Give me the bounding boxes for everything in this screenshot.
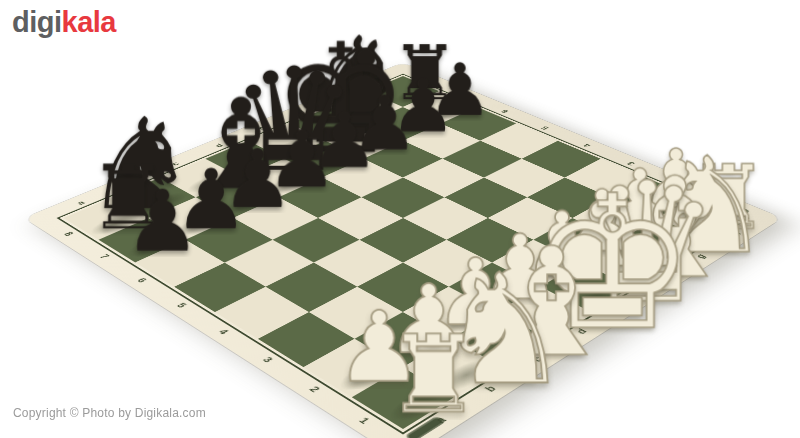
coord-file-f-top: f bbox=[297, 109, 306, 113]
coord-file-g-top: g bbox=[334, 93, 345, 98]
coord-file-g-bottom: g bbox=[693, 252, 707, 259]
coord-file-c-top: c bbox=[169, 161, 180, 167]
square-f3 bbox=[488, 197, 573, 239]
coord-file-d-bottom: d bbox=[574, 327, 589, 335]
coord-rank-8-right: 8 bbox=[424, 78, 435, 83]
coord-rank-4-left: 4 bbox=[216, 327, 231, 335]
coord-rank-2-left: 2 bbox=[307, 384, 323, 393]
copyright-text: Copyright © Photo by Digikala.com bbox=[13, 406, 206, 420]
coord-file-a-top: a bbox=[75, 200, 87, 206]
coord-rank-3-left: 3 bbox=[260, 355, 275, 364]
coord-file-b-top: b bbox=[123, 180, 135, 186]
coord-rank-4-right: 4 bbox=[581, 143, 592, 148]
square-d5 bbox=[318, 197, 403, 239]
coord-file-f-bottom: f bbox=[656, 277, 669, 283]
product-photo-page: digikala ♜♞♝♛♚♝♞♜♟♟♟♟♟♟♟♟♟♟♟♟♟♟♟♟♜♞♝♚♛♝♞… bbox=[0, 0, 800, 438]
coord-rank-7-left: 7 bbox=[98, 253, 112, 260]
board-scene: ♜♞♝♛♚♝♞♜♟♟♟♟♟♟♟♟♟♟♟♟♟♟♟♟♜♞♝♚♛♝♞♜ aabbccd… bbox=[0, 0, 800, 438]
piece-shadow bbox=[610, 253, 668, 286]
coord-rank-8-left: 8 bbox=[62, 231, 76, 238]
coord-rank-6-right: 6 bbox=[499, 109, 510, 114]
coord-file-b-bottom: b bbox=[482, 384, 498, 393]
coord-file-h-bottom: h bbox=[729, 230, 743, 237]
coord-rank-3-right: 3 bbox=[625, 161, 636, 167]
coord-file-e-top: e bbox=[255, 125, 266, 130]
coord-rank-2-right: 2 bbox=[671, 180, 683, 186]
coord-rank-6-left: 6 bbox=[135, 276, 149, 283]
chessboard-mat: ♜♞♝♛♚♝♞♜♟♟♟♟♟♟♟♟♟♟♟♟♟♟♟♟♜♞♝♚♛♝♞♜ aabbccd… bbox=[24, 63, 782, 438]
coord-rank-7-right: 7 bbox=[461, 93, 472, 98]
coord-file-c-bottom: c bbox=[529, 355, 544, 364]
square-g2: ♟ bbox=[573, 197, 658, 239]
coord-rank-5-left: 5 bbox=[175, 301, 190, 309]
coord-file-d-top: d bbox=[213, 143, 225, 149]
coord-rank-5-right: 5 bbox=[539, 125, 550, 130]
coord-rank-1-left: 1 bbox=[357, 416, 373, 426]
chess-board-squares: ♜♞♝♛♚♝♞♜♟♟♟♟♟♟♟♟♟♟♟♟♟♟♟♟♜♞♝♚♛♝♞♜ bbox=[64, 76, 743, 429]
coord-file-a-bottom: a bbox=[433, 415, 449, 425]
coord-file-h-top: h bbox=[371, 78, 382, 83]
coord-file-e-bottom: e bbox=[616, 301, 631, 309]
